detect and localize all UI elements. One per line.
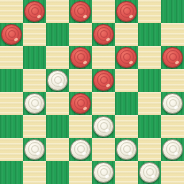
square-a4 — [0, 92, 23, 115]
red-checker[interactable]: ⛂ — [116, 1, 137, 22]
square-f4[interactable] — [115, 92, 138, 115]
square-d4[interactable]: ⛂ — [69, 92, 92, 115]
square-a8 — [0, 0, 23, 23]
square-c4 — [46, 92, 69, 115]
square-h8[interactable] — [161, 0, 184, 23]
white-checker[interactable]: ⛀ — [116, 139, 137, 160]
square-e8 — [92, 0, 115, 23]
red-checker[interactable]: ⛂ — [70, 93, 91, 114]
checkers-board: ⛂⛂⛂⛂⛂⛂⛂⛂⛀⛂⛀⛂⛀⛀⛀⛀⛀⛀⛀⛀ — [0, 0, 184, 184]
white-checker[interactable]: ⛀ — [162, 139, 183, 160]
square-b6[interactable] — [23, 46, 46, 69]
square-a3[interactable] — [0, 115, 23, 138]
piece-ring-inner — [77, 7, 85, 15]
square-g7[interactable] — [138, 23, 161, 46]
white-checker[interactable]: ⛀ — [93, 116, 114, 137]
white-checker[interactable]: ⛀ — [70, 139, 91, 160]
square-a2 — [0, 138, 23, 161]
white-checker[interactable]: ⛀ — [139, 162, 160, 183]
red-checker[interactable]: ⛂ — [1, 24, 22, 45]
square-g6 — [138, 46, 161, 69]
square-f1 — [115, 161, 138, 184]
square-e4 — [92, 92, 115, 115]
piece-ring-inner — [31, 7, 39, 15]
piece-ring-inner — [123, 7, 131, 15]
square-c3[interactable] — [46, 115, 69, 138]
square-h1 — [161, 161, 184, 184]
square-e3[interactable]: ⛀ — [92, 115, 115, 138]
square-a6 — [0, 46, 23, 69]
square-e5[interactable]: ⛂ — [92, 69, 115, 92]
square-f3 — [115, 115, 138, 138]
piece-ring-inner — [100, 76, 108, 84]
red-checker[interactable]: ⛂ — [70, 47, 91, 68]
square-f5 — [115, 69, 138, 92]
square-e1[interactable]: ⛀ — [92, 161, 115, 184]
square-g5[interactable] — [138, 69, 161, 92]
square-f2[interactable]: ⛀ — [115, 138, 138, 161]
square-c6 — [46, 46, 69, 69]
square-g3[interactable] — [138, 115, 161, 138]
square-b2[interactable]: ⛀ — [23, 138, 46, 161]
red-checker[interactable]: ⛂ — [116, 47, 137, 68]
square-f6[interactable]: ⛂ — [115, 46, 138, 69]
square-g8 — [138, 0, 161, 23]
square-d5 — [69, 69, 92, 92]
square-b8[interactable]: ⛂ — [23, 0, 46, 23]
square-d7 — [69, 23, 92, 46]
square-d3 — [69, 115, 92, 138]
square-h6[interactable]: ⛂ — [161, 46, 184, 69]
square-b5 — [23, 69, 46, 92]
square-c1[interactable] — [46, 161, 69, 184]
square-h3 — [161, 115, 184, 138]
white-checker[interactable]: ⛀ — [162, 93, 183, 114]
square-a7[interactable]: ⛂ — [0, 23, 23, 46]
piece-ring-inner — [100, 30, 108, 38]
square-d8[interactable]: ⛂ — [69, 0, 92, 23]
square-g4 — [138, 92, 161, 115]
piece-ring-inner — [77, 99, 85, 107]
square-c8 — [46, 0, 69, 23]
red-checker[interactable]: ⛂ — [24, 1, 45, 22]
square-h7 — [161, 23, 184, 46]
square-a5[interactable] — [0, 69, 23, 92]
piece-ring-inner — [169, 53, 177, 61]
square-h4[interactable]: ⛀ — [161, 92, 184, 115]
square-f8[interactable]: ⛂ — [115, 0, 138, 23]
red-checker[interactable]: ⛂ — [70, 1, 91, 22]
square-f7 — [115, 23, 138, 46]
square-d1 — [69, 161, 92, 184]
square-h2[interactable]: ⛀ — [161, 138, 184, 161]
square-a1[interactable] — [0, 161, 23, 184]
white-checker[interactable]: ⛀ — [24, 93, 45, 114]
square-g2 — [138, 138, 161, 161]
square-b7 — [23, 23, 46, 46]
red-checker[interactable]: ⛂ — [93, 24, 114, 45]
square-c5[interactable]: ⛀ — [46, 69, 69, 92]
square-e7[interactable]: ⛂ — [92, 23, 115, 46]
white-checker[interactable]: ⛀ — [93, 162, 114, 183]
square-d6[interactable]: ⛂ — [69, 46, 92, 69]
square-b3 — [23, 115, 46, 138]
white-checker[interactable]: ⛀ — [47, 70, 68, 91]
square-c7[interactable] — [46, 23, 69, 46]
square-c2 — [46, 138, 69, 161]
square-e6 — [92, 46, 115, 69]
square-h5 — [161, 69, 184, 92]
square-b1 — [23, 161, 46, 184]
red-checker[interactable]: ⛂ — [93, 70, 114, 91]
square-d2[interactable]: ⛀ — [69, 138, 92, 161]
square-b4[interactable]: ⛀ — [23, 92, 46, 115]
piece-ring-inner — [8, 30, 16, 38]
square-e2 — [92, 138, 115, 161]
red-checker[interactable]: ⛂ — [162, 47, 183, 68]
piece-ring-inner — [123, 53, 131, 61]
piece-ring-inner — [77, 53, 85, 61]
white-checker[interactable]: ⛀ — [24, 139, 45, 160]
square-g1[interactable]: ⛀ — [138, 161, 161, 184]
